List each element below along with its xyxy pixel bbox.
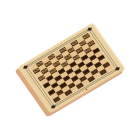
board-photo: ⛀⛀⛀⛀⛀⛀⛀⛀⛀⛀⛀⛀⛀⛀⛀⛀⛀⛀⛀⛀⛂⛂⛂⛂⛂⛂⛂⛂⛂⛂⛂⛂⛂⛂⛂⛂⛂⛂⛂⛂: [0, 0, 140, 140]
checkers-board: ⛀⛀⛀⛀⛀⛀⛀⛀⛀⛀⛀⛀⛀⛀⛀⛀⛀⛀⛀⛀⛂⛂⛂⛂⛂⛂⛂⛂⛂⛂⛂⛂⛂⛂⛂⛂⛂⛂⛂⛂: [17, 22, 126, 114]
corner-ornament: [23, 66, 28, 69]
board-grid: ⛀⛀⛀⛀⛀⛀⛀⛀⛀⛀⛀⛀⛀⛀⛀⛀⛀⛀⛀⛀⛂⛂⛂⛂⛂⛂⛂⛂⛂⛂⛂⛂⛂⛂⛂⛂⛂⛂⛂⛂: [30, 33, 113, 103]
corner-ornament: [87, 28, 92, 31]
corner-ornament: [51, 105, 56, 108]
corner-ornament: [115, 67, 120, 70]
clasp-dot: [85, 88, 87, 90]
